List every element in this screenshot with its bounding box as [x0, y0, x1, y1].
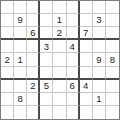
sudoku-board: 913627342198256481	[0, 0, 120, 120]
cell-r8c1[interactable]	[1, 93, 14, 106]
cell-r5c3[interactable]	[27, 53, 40, 66]
cell-r6c5[interactable]	[53, 67, 66, 80]
cell-r3c9[interactable]	[106, 27, 119, 40]
cell-r8c6[interactable]	[67, 93, 80, 106]
cell-r1c8[interactable]	[93, 1, 106, 14]
cell-r5c6[interactable]	[67, 53, 80, 66]
cell-r5c7[interactable]	[80, 53, 93, 66]
cell-r6c4[interactable]	[40, 67, 53, 80]
cell-r5c9[interactable]: 8	[106, 53, 119, 66]
cell-r8c9[interactable]	[106, 93, 119, 106]
cell-r4c9[interactable]	[106, 40, 119, 53]
cell-r2c8[interactable]: 3	[93, 14, 106, 27]
cell-r2c1[interactable]	[1, 14, 14, 27]
cell-r1c1[interactable]	[1, 1, 14, 14]
cell-r6c9[interactable]	[106, 67, 119, 80]
cell-r2c9[interactable]	[106, 14, 119, 27]
cell-r8c4[interactable]	[40, 93, 53, 106]
cell-r4c4[interactable]: 3	[40, 40, 53, 53]
cell-r5c4[interactable]	[40, 53, 53, 66]
cell-r7c3[interactable]: 2	[27, 80, 40, 93]
cell-r8c7[interactable]	[80, 93, 93, 106]
cell-r2c5[interactable]: 1	[53, 14, 66, 27]
cell-r1c9[interactable]	[106, 1, 119, 14]
cell-r9c1[interactable]	[1, 106, 14, 119]
cell-r4c1[interactable]	[1, 40, 14, 53]
cell-r6c1[interactable]	[1, 67, 14, 80]
cell-r4c6[interactable]: 4	[67, 40, 80, 53]
cell-r3c2[interactable]	[14, 27, 27, 40]
cell-r9c4[interactable]	[40, 106, 53, 119]
cell-r7c9[interactable]	[106, 80, 119, 93]
cell-r3c7[interactable]: 7	[80, 27, 93, 40]
cell-r1c6[interactable]	[67, 1, 80, 14]
cell-r4c8[interactable]	[93, 40, 106, 53]
cell-r7c2[interactable]	[14, 80, 27, 93]
cell-r9c6[interactable]	[67, 106, 80, 119]
cell-r4c7[interactable]	[80, 40, 93, 53]
cell-r1c3[interactable]	[27, 1, 40, 14]
cell-r5c5[interactable]	[53, 53, 66, 66]
cell-r6c6[interactable]	[67, 67, 80, 80]
cell-r3c3[interactable]: 6	[27, 27, 40, 40]
cell-r9c9[interactable]	[106, 106, 119, 119]
cell-r2c6[interactable]	[67, 14, 80, 27]
cell-r7c6[interactable]: 6	[67, 80, 80, 93]
cell-r5c8[interactable]: 9	[93, 53, 106, 66]
cell-r8c3[interactable]	[27, 93, 40, 106]
cell-r3c8[interactable]	[93, 27, 106, 40]
cell-r9c8[interactable]	[93, 106, 106, 119]
cell-r2c3[interactable]	[27, 14, 40, 27]
cell-r3c6[interactable]	[67, 27, 80, 40]
cell-r7c5[interactable]	[53, 80, 66, 93]
cell-r3c4[interactable]	[40, 27, 53, 40]
cell-r7c8[interactable]	[93, 80, 106, 93]
cell-r4c5[interactable]	[53, 40, 66, 53]
cell-r4c2[interactable]	[14, 40, 27, 53]
cell-r9c2[interactable]	[14, 106, 27, 119]
cell-r5c2[interactable]: 1	[14, 53, 27, 66]
cell-r6c3[interactable]	[27, 67, 40, 80]
cell-r7c4[interactable]: 5	[40, 80, 53, 93]
cell-r1c7[interactable]	[80, 1, 93, 14]
cell-r6c8[interactable]	[93, 67, 106, 80]
cell-r9c3[interactable]	[27, 106, 40, 119]
cell-r3c5[interactable]: 2	[53, 27, 66, 40]
cell-r1c2[interactable]	[14, 1, 27, 14]
cell-r2c4[interactable]	[40, 14, 53, 27]
cell-r1c5[interactable]	[53, 1, 66, 14]
cell-r8c2[interactable]: 8	[14, 93, 27, 106]
cell-r1c4[interactable]	[40, 1, 53, 14]
cell-r9c7[interactable]	[80, 106, 93, 119]
cell-r2c7[interactable]	[80, 14, 93, 27]
cell-r7c1[interactable]	[1, 80, 14, 93]
cell-r6c2[interactable]	[14, 67, 27, 80]
cell-r7c7[interactable]: 4	[80, 80, 93, 93]
cell-r3c1[interactable]	[1, 27, 14, 40]
cell-r9c5[interactable]	[53, 106, 66, 119]
cell-r6c7[interactable]	[80, 67, 93, 80]
cell-r2c2[interactable]: 9	[14, 14, 27, 27]
cell-r8c5[interactable]	[53, 93, 66, 106]
cell-r8c8[interactable]: 1	[93, 93, 106, 106]
cell-r4c3[interactable]	[27, 40, 40, 53]
cell-r5c1[interactable]: 2	[1, 53, 14, 66]
